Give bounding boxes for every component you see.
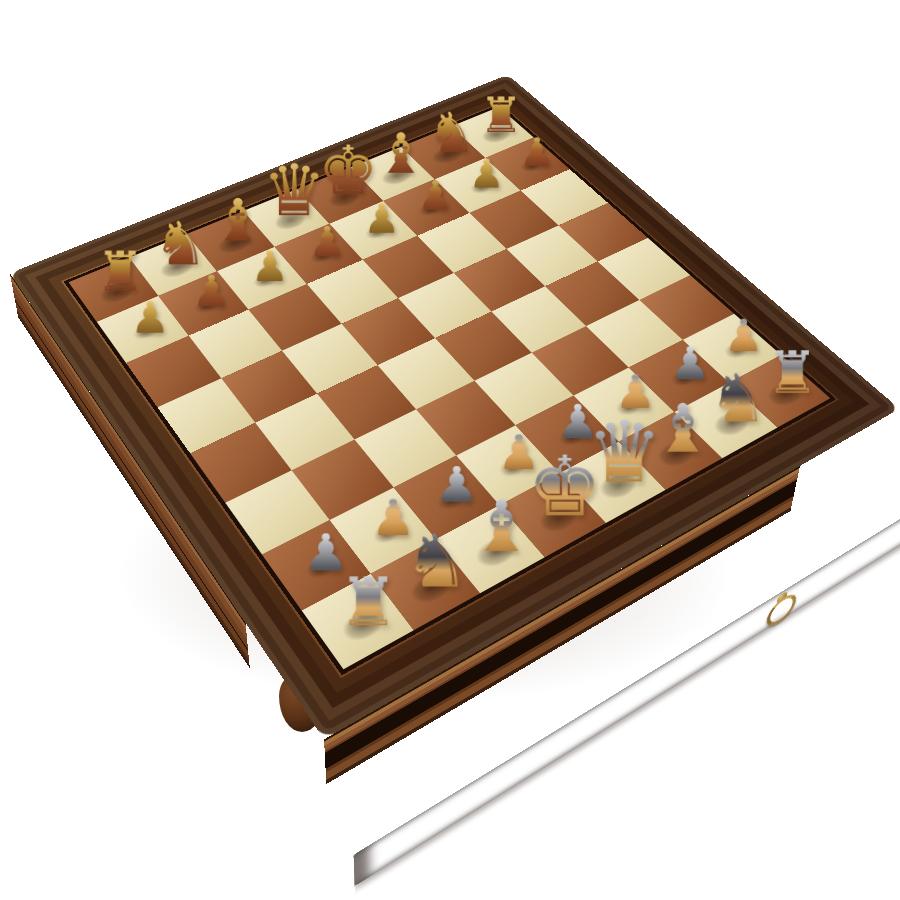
piece-black-pawn-f7[interactable]: ♟ — [417, 175, 453, 215]
piece-white-rook-a1[interactable]: ♜ — [338, 568, 398, 635]
piece-white-knight-g1[interactable]: ♞ — [708, 365, 768, 432]
piece-black-rook-h8[interactable]: ♜ — [479, 91, 523, 140]
piece-black-pawn-g7[interactable]: ♟ — [469, 154, 505, 194]
piece-white-bishop-c1[interactable]: ♝ — [470, 491, 534, 562]
piece-black-pawn-a7[interactable]: ♟ — [130, 295, 169, 339]
drawer-ring-pull[interactable] — [762, 585, 797, 629]
piece-black-pawn-d7[interactable]: ♟ — [308, 221, 346, 263]
piece-black-pawn-e7[interactable]: ♟ — [363, 198, 400, 239]
product-photo-stage: ♜♞♝♛♚♝♞♜♟♟♟♟♟♟♟♟♟♟♟♟♟♟♟♟♜♞♝♚♛♝♞♜ — [0, 0, 900, 900]
chess-cabinet: ♜♞♝♛♚♝♞♜♟♟♟♟♟♟♟♟♟♟♟♟♟♟♟♟♜♞♝♚♛♝♞♜ — [10, 75, 900, 740]
piece-black-pawn-c7[interactable]: ♟ — [251, 245, 289, 288]
piece-white-rook-h1[interactable]: ♜ — [766, 344, 818, 402]
piece-white-pawn-h2[interactable]: ♟ — [724, 314, 764, 359]
piece-black-pawn-b7[interactable]: ♟ — [192, 270, 231, 313]
piece-white-pawn-g2[interactable]: ♟ — [670, 341, 711, 386]
chess-board: ♜♞♝♛♚♝♞♜♟♟♟♟♟♟♟♟♟♟♟♟♟♟♟♟♜♞♝♚♛♝♞♜ — [64, 104, 837, 675]
scene: ♜♞♝♛♚♝♞♜♟♟♟♟♟♟♟♟♟♟♟♟♟♟♟♟♜♞♝♚♛♝♞♜ — [0, 0, 900, 900]
piece-white-king-d1[interactable]: ♚ — [527, 444, 602, 527]
piece-black-pawn-h7[interactable]: ♟ — [519, 133, 554, 172]
piece-black-queen-d8[interactable]: ♛ — [262, 155, 326, 226]
piece-white-knight-b1[interactable]: ♞ — [403, 524, 469, 598]
